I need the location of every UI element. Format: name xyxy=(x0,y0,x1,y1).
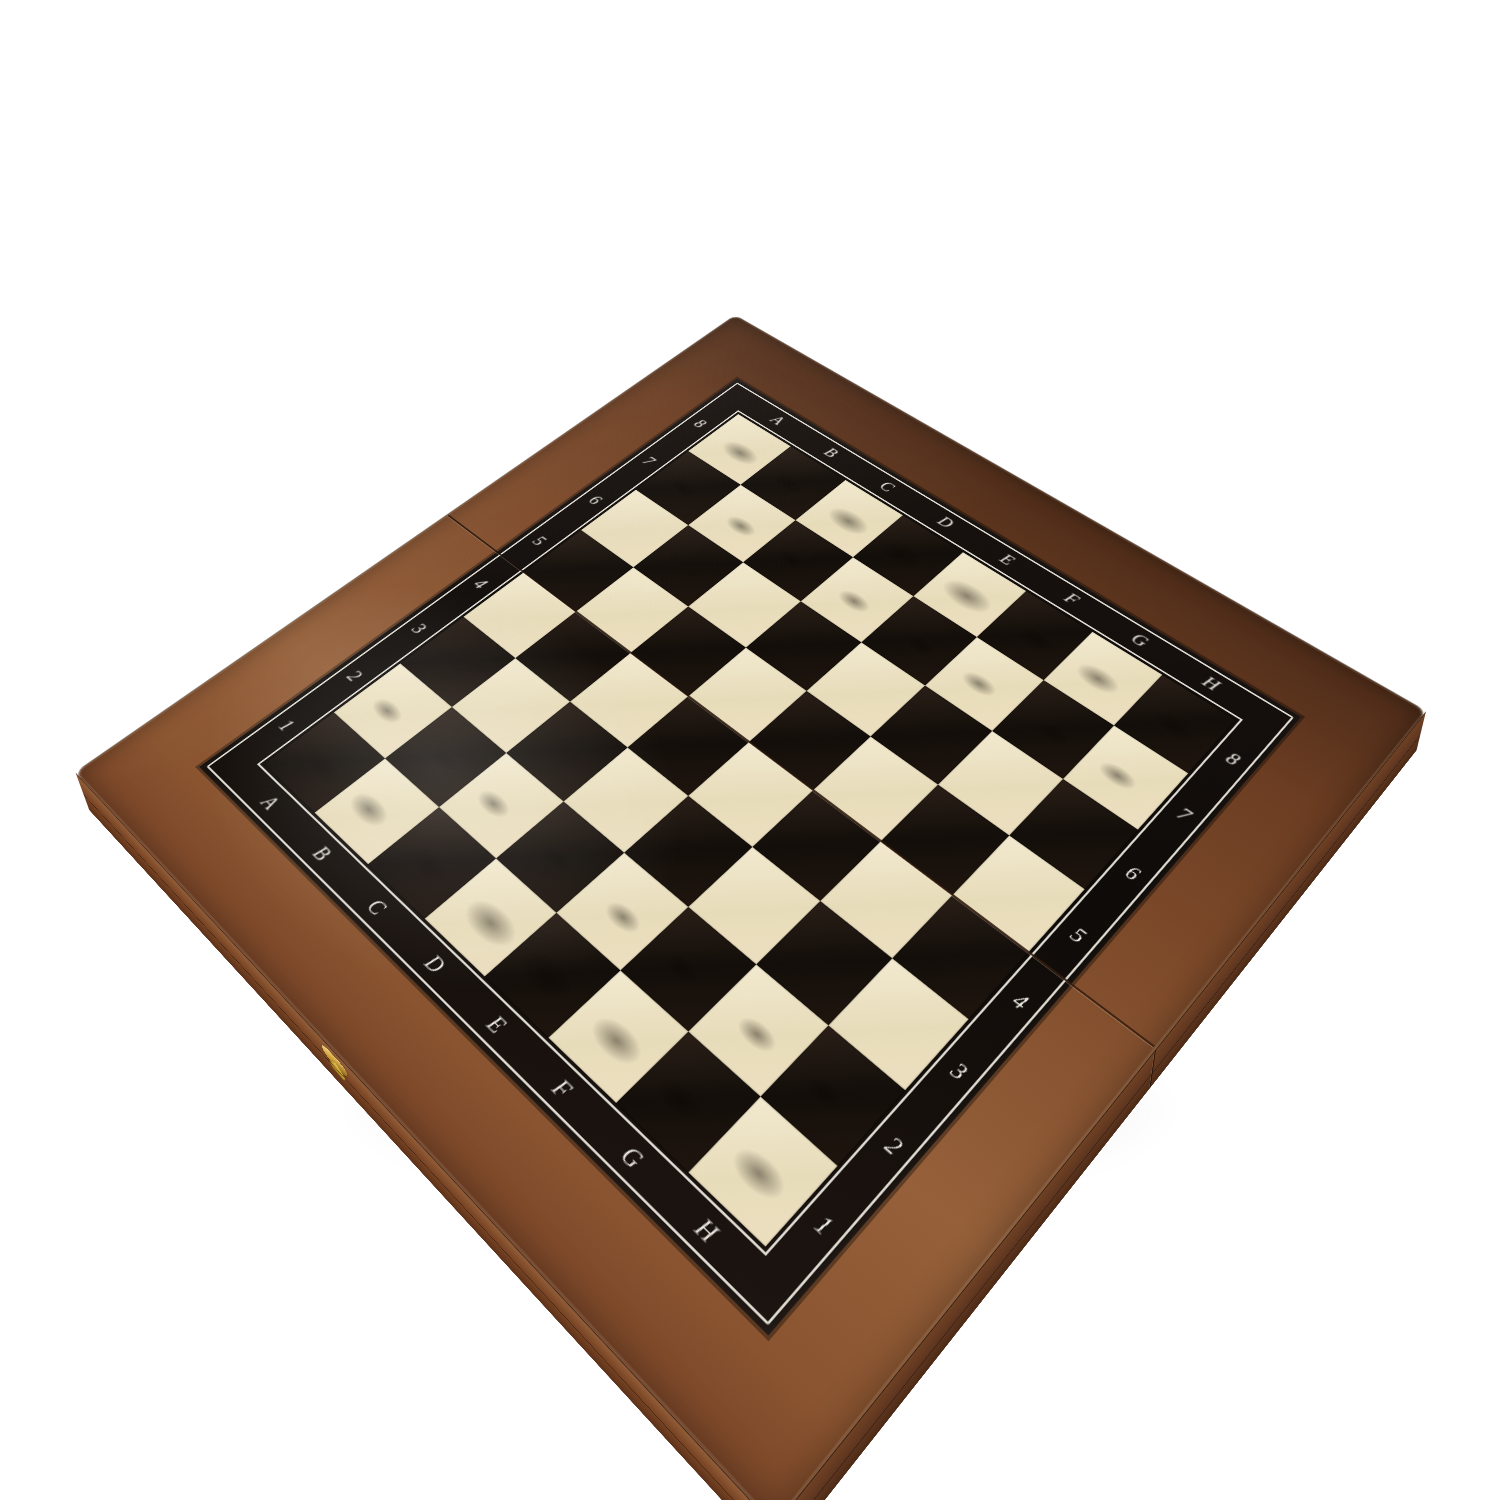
rook-glyph: ♜ xyxy=(691,1030,828,1182)
pawn-glyph: ♟ xyxy=(1074,683,1164,782)
chess-board-box: AABBCCDDEEFFGGHH1122334455667788 ♜♞♝♛♚♝♞… xyxy=(75,315,1426,1500)
product-photo-scene: AABBCCDDEEFFGGHH1122334455667788 ♜♞♝♛♚♝♞… xyxy=(0,0,1500,1500)
